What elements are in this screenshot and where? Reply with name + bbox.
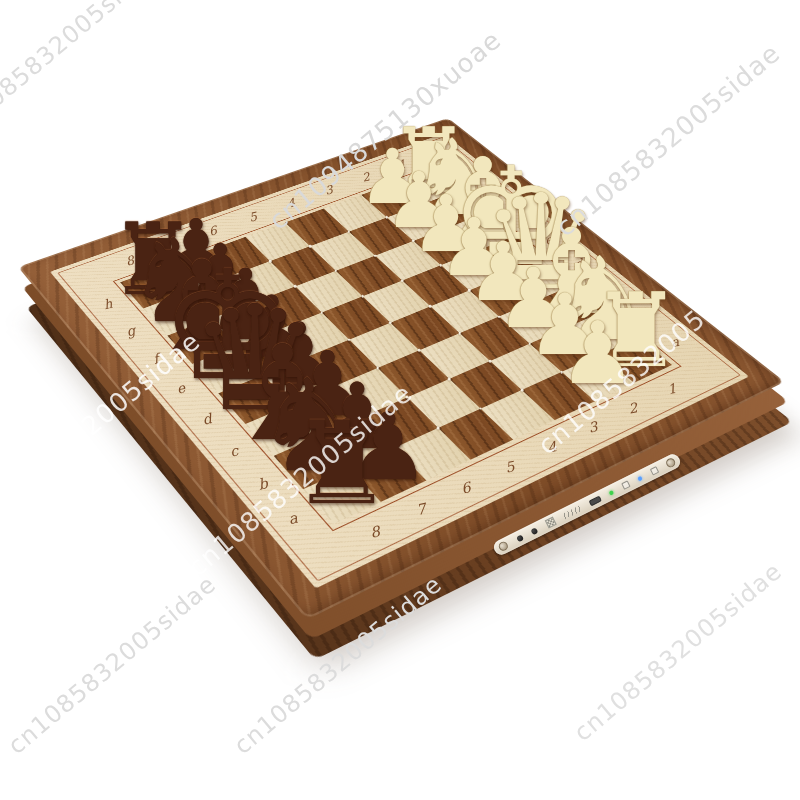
file-label-f-left: f bbox=[152, 351, 160, 367]
square-c6 bbox=[335, 368, 407, 416]
square-c3 bbox=[460, 317, 530, 362]
square-d6 bbox=[307, 340, 378, 386]
piece-white-pawn-g2: ♟ bbox=[384, 162, 453, 239]
square-h4 bbox=[285, 209, 349, 247]
chess-board bbox=[18, 118, 785, 620]
square-c1 bbox=[537, 285, 605, 327]
square-e4 bbox=[363, 281, 431, 323]
piece-white-pawn-f2: ♟ bbox=[411, 184, 481, 263]
led-hole-dot bbox=[269, 260, 272, 263]
file-label-a-left: a bbox=[287, 509, 299, 527]
led-hole-dot bbox=[228, 275, 231, 278]
square-e2 bbox=[441, 250, 507, 290]
watermark-text-5: cn1085832005sidae bbox=[182, 378, 418, 583]
square-a3 bbox=[522, 372, 595, 420]
led-hole-dot bbox=[389, 321, 392, 324]
square-f6 bbox=[254, 286, 322, 329]
led-hole-dot bbox=[335, 270, 338, 273]
led-hole-dot bbox=[279, 328, 282, 331]
square-g2 bbox=[387, 204, 451, 241]
led-hole-dot bbox=[401, 279, 404, 282]
led-hole-dot bbox=[468, 289, 471, 292]
led-hole-dot bbox=[210, 317, 213, 320]
electronics-side-panel bbox=[491, 452, 682, 557]
piece-black-pawn-g7: ♟ bbox=[183, 233, 257, 315]
led-hole-dot bbox=[294, 285, 297, 288]
square-b3 bbox=[490, 344, 562, 390]
file-label-h-left: h bbox=[103, 296, 114, 312]
rank-label-2-far: 2 bbox=[361, 169, 371, 184]
file-label-h-right: h bbox=[460, 165, 470, 180]
piece-white-king-e1: ♚ bbox=[450, 149, 572, 285]
led-hole-dot bbox=[458, 332, 461, 335]
watermark-text-6: cn1085832005sidae bbox=[532, 256, 768, 461]
rank-label-5-far: 5 bbox=[247, 210, 257, 225]
led-hole-dot bbox=[318, 434, 321, 437]
board-side-face-dark bbox=[8, 40, 800, 800]
square-b2 bbox=[530, 327, 601, 372]
file-label-b-left: b bbox=[257, 475, 269, 493]
led-hole-dot bbox=[289, 403, 292, 406]
rank-label-7-near: 7 bbox=[415, 500, 428, 519]
piece-black-knight-b8: ♞ bbox=[254, 363, 368, 491]
watermark-text-3: cn1085832005sidae bbox=[550, 38, 786, 243]
rank-label-6-far: 6 bbox=[207, 224, 217, 239]
square-e7 bbox=[237, 329, 307, 375]
piece-white-knight-b1: ♞ bbox=[552, 242, 655, 357]
square-h7 bbox=[163, 252, 229, 293]
square-e3 bbox=[402, 265, 469, 306]
square-d3 bbox=[430, 290, 499, 333]
rank-label-4-near: 4 bbox=[546, 438, 558, 455]
piece-black-pawn-a7: ♟ bbox=[346, 402, 429, 495]
led-hole-dot bbox=[393, 446, 396, 449]
rank-label-7-far: 7 bbox=[166, 238, 177, 253]
square-a2 bbox=[562, 354, 634, 401]
led-hole-dot bbox=[406, 396, 409, 399]
piece-black-queen-d8: ♛ bbox=[189, 286, 319, 431]
piece-black-pawn-e7: ♟ bbox=[233, 285, 310, 371]
piece-white-rook-a1: ♜ bbox=[590, 280, 682, 383]
inner-pinstripe bbox=[112, 164, 681, 531]
square-d1 bbox=[507, 260, 574, 301]
piece-white-pawn-h2: ♟ bbox=[359, 140, 427, 216]
led-hole-dot bbox=[560, 370, 563, 373]
file-label-e-right: e bbox=[544, 232, 554, 247]
led-hole-dot bbox=[348, 338, 351, 341]
square-a1 bbox=[600, 337, 671, 383]
square-d7 bbox=[263, 357, 335, 405]
led-hole-dot bbox=[305, 356, 308, 359]
square-c2 bbox=[499, 300, 568, 343]
led-hole-dot bbox=[448, 378, 451, 381]
piece-black-knight-g8: ♞ bbox=[125, 224, 228, 339]
square-f2 bbox=[413, 227, 478, 266]
led-hole-dot bbox=[599, 353, 602, 356]
product-photo-scene: 1122334455667788aabbccddeeffgghh ♜♞♝♛♚♝♞… bbox=[0, 0, 800, 800]
piece-white-pawn-d2: ♟ bbox=[467, 232, 540, 313]
square-b7 bbox=[320, 416, 395, 468]
file-label-e-left: e bbox=[175, 380, 186, 397]
piece-white-bishop-c1: ♝ bbox=[518, 213, 624, 332]
board-grid-icon bbox=[544, 517, 556, 529]
led-hole-dot bbox=[348, 467, 351, 470]
square-b5 bbox=[407, 379, 480, 428]
square-c7 bbox=[291, 386, 364, 436]
led-hole-dot bbox=[477, 249, 480, 252]
square-f3 bbox=[375, 241, 441, 281]
square-d8 bbox=[218, 375, 290, 424]
screw-icon bbox=[665, 457, 677, 469]
piece-black-pawn-b7: ♟ bbox=[316, 371, 398, 462]
piece-white-pawn-e2: ♟ bbox=[438, 208, 510, 288]
square-g4 bbox=[310, 232, 375, 271]
square-a5 bbox=[438, 409, 513, 460]
piece-black-rook-h8: ♜ bbox=[109, 210, 198, 309]
square-h8 bbox=[120, 267, 187, 309]
square-g7 bbox=[187, 277, 254, 319]
led-hole-dot bbox=[386, 216, 388, 218]
square-a8 bbox=[303, 468, 381, 524]
square-f8 bbox=[167, 319, 236, 364]
led-hole-dot bbox=[423, 202, 425, 204]
rank-label-1-near: 1 bbox=[666, 381, 677, 397]
watermark-text-9: cn1085832005sidae bbox=[569, 557, 788, 747]
status-icon-1 bbox=[621, 481, 630, 490]
square-g5 bbox=[270, 246, 336, 286]
led-hole-dot bbox=[253, 301, 256, 304]
piece-white-pawn-a2: ♟ bbox=[559, 310, 636, 396]
led-hole-dot bbox=[440, 264, 443, 267]
checker-grid bbox=[120, 169, 672, 524]
square-f7 bbox=[211, 302, 280, 346]
square-h6 bbox=[205, 237, 270, 277]
rank-label-6-near: 6 bbox=[460, 479, 472, 497]
rank-label-4-far: 4 bbox=[286, 196, 296, 211]
led-hole-dot bbox=[506, 274, 509, 277]
square-h5 bbox=[245, 223, 310, 262]
file-label-g-left: g bbox=[126, 323, 137, 339]
led-hole-dot bbox=[567, 325, 570, 328]
led-hole-dot bbox=[374, 254, 377, 257]
led-hole-dot bbox=[437, 426, 440, 429]
file-label-f-right: f bbox=[516, 209, 523, 224]
led-hole-dot bbox=[429, 305, 432, 308]
led-hole-dot bbox=[363, 415, 366, 418]
piece-white-knight-g1: ♞ bbox=[408, 126, 502, 231]
square-e5 bbox=[322, 296, 391, 339]
blue-led bbox=[637, 475, 642, 480]
square-d4 bbox=[390, 306, 459, 350]
board-side-face-bevel bbox=[4, 20, 800, 800]
piece-white-queen-d1: ♛ bbox=[482, 177, 600, 309]
square-g8 bbox=[143, 292, 211, 335]
rank-label-2-near: 2 bbox=[627, 399, 639, 416]
led-hole-dot bbox=[520, 389, 523, 392]
file-label-c-left: c bbox=[229, 442, 240, 459]
square-c5 bbox=[378, 350, 450, 397]
led-hole-dot bbox=[334, 385, 337, 388]
piece-white-bishop-f1: ♝ bbox=[433, 144, 534, 256]
rank-label-1-far: 1 bbox=[397, 156, 407, 171]
square-g6 bbox=[229, 261, 296, 302]
file-label-d-right: d bbox=[573, 256, 584, 271]
piece-black-king-e8: ♚ bbox=[161, 253, 295, 403]
square-b6 bbox=[364, 397, 438, 447]
led-hole-dot bbox=[418, 349, 421, 352]
square-a6 bbox=[395, 428, 471, 481]
rank-label-3-near: 3 bbox=[587, 418, 599, 435]
square-c4 bbox=[419, 333, 490, 379]
watermark-text-7: cn1085832005sidae bbox=[3, 570, 222, 760]
led-hole-dot bbox=[536, 299, 539, 302]
file-label-a-right: a bbox=[669, 334, 680, 350]
status-icon-2 bbox=[649, 466, 658, 475]
square-c8 bbox=[245, 405, 319, 456]
square-a4 bbox=[481, 390, 555, 440]
led-hole-dot bbox=[361, 295, 364, 298]
led-hole-dot bbox=[449, 225, 451, 227]
rank-label-3-far: 3 bbox=[324, 182, 334, 197]
board-drop-shadow bbox=[16, 52, 800, 800]
watermark-text-1: cn1085832005sidae bbox=[0, 0, 164, 143]
rank-label-8-far: 8 bbox=[124, 253, 135, 268]
piece-white-pawn-b2: ♟ bbox=[527, 283, 603, 368]
piece-black-rook-a8: ♜ bbox=[291, 407, 393, 521]
square-g3 bbox=[349, 217, 413, 255]
piece-black-pawn-f7: ♟ bbox=[208, 258, 283, 342]
maple-border bbox=[50, 133, 749, 588]
led-hole-dot bbox=[235, 345, 238, 348]
square-b1 bbox=[568, 310, 638, 354]
square-g1 bbox=[424, 190, 487, 226]
rank-label-8-near: 8 bbox=[368, 522, 381, 542]
brand-script-logo bbox=[564, 505, 580, 520]
square-d2 bbox=[469, 275, 537, 317]
file-label-c-right: c bbox=[604, 281, 614, 297]
led-hole-dot bbox=[376, 367, 379, 370]
piece-black-pawn-c7: ♟ bbox=[287, 341, 367, 430]
file-label-b-right: b bbox=[636, 307, 647, 323]
piece-white-rook-h1: ♜ bbox=[388, 115, 469, 205]
led-hole-dot bbox=[498, 315, 501, 318]
square-e1 bbox=[479, 236, 545, 275]
led-hole-dot bbox=[320, 311, 323, 314]
usb-c-port bbox=[588, 495, 601, 506]
square-h2 bbox=[361, 182, 424, 218]
watermark-text-8: cn1085832005sidae bbox=[229, 570, 448, 760]
outer-pinstripe bbox=[57, 137, 741, 581]
piece-black-bishop-f8: ♝ bbox=[147, 245, 258, 368]
square-b4 bbox=[449, 361, 521, 409]
square-f1 bbox=[451, 213, 515, 251]
led-hole-dot bbox=[309, 245, 312, 248]
led-hole-dot bbox=[489, 360, 492, 363]
square-h1 bbox=[398, 169, 460, 204]
mode-button bbox=[530, 527, 538, 535]
green-led bbox=[608, 490, 613, 495]
square-f4 bbox=[336, 256, 402, 297]
led-hole-dot bbox=[262, 374, 265, 377]
led-hole-dot bbox=[528, 342, 531, 345]
led-hole-dot bbox=[479, 407, 482, 410]
screw-icon bbox=[497, 540, 509, 552]
led-hole-dot bbox=[348, 230, 350, 232]
led-hole-dot bbox=[412, 240, 415, 243]
square-e8 bbox=[192, 346, 263, 393]
square-b8 bbox=[274, 436, 350, 489]
square-f5 bbox=[295, 271, 362, 313]
square-h3 bbox=[324, 195, 387, 232]
watermark-text-4: cn1085832005sidae bbox=[0, 326, 206, 531]
rank-label-5-near: 5 bbox=[504, 458, 516, 476]
piece-black-pawn-h7: ♟ bbox=[160, 208, 233, 289]
piece-black-pawn-d7: ♟ bbox=[260, 312, 338, 399]
power-button bbox=[515, 534, 523, 542]
piece-white-pawn-c2: ♟ bbox=[496, 257, 570, 340]
watermark-text-2: cn1094875130xuoae bbox=[263, 24, 507, 235]
piece-black-bishop-c8: ♝ bbox=[224, 328, 342, 459]
square-a7 bbox=[350, 448, 427, 502]
led-hole-dot bbox=[185, 291, 188, 294]
file-label-g-right: g bbox=[487, 186, 497, 201]
file-label-d-left: d bbox=[201, 410, 213, 427]
square-d5 bbox=[349, 323, 419, 368]
square-e6 bbox=[280, 313, 349, 358]
